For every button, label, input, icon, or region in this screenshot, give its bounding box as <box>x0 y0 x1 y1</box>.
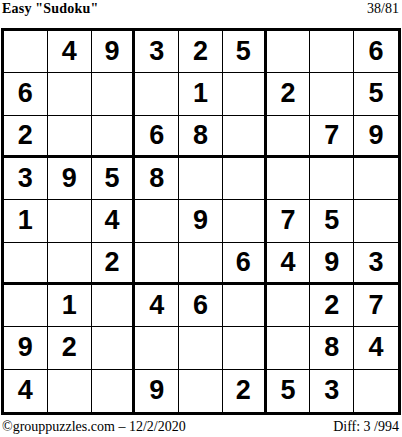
cell-r1c1[interactable] <box>4 31 48 73</box>
cell-r9c8[interactable]: 3 <box>310 370 354 412</box>
cell-r1c7[interactable] <box>267 31 311 73</box>
cell-r5c9[interactable] <box>354 200 398 242</box>
cell-r9c4[interactable]: 9 <box>135 370 179 412</box>
cell-r2c8[interactable] <box>310 73 354 115</box>
sudoku-page: { "game": "sudoku", "position": ".49325.… <box>0 0 402 437</box>
cell-r3c3[interactable] <box>92 116 136 158</box>
cell-r7c7[interactable] <box>267 285 311 327</box>
cell-r3c1[interactable]: 2 <box>4 116 48 158</box>
cell-r7c8[interactable]: 2 <box>310 285 354 327</box>
cell-r7c6[interactable] <box>223 285 267 327</box>
cell-r1c8[interactable] <box>310 31 354 73</box>
cell-r2c2[interactable] <box>48 73 92 115</box>
cell-r3c7[interactable] <box>267 116 311 158</box>
sudoku-grid: 4932566125268793958149752649314627928449… <box>1 28 401 415</box>
cell-r4c4[interactable]: 8 <box>135 158 179 200</box>
difficulty-label: Diff: 3 /994 <box>333 419 399 435</box>
cell-r5c2[interactable] <box>48 200 92 242</box>
cell-r2c3[interactable] <box>92 73 136 115</box>
cell-r4c7[interactable] <box>267 158 311 200</box>
cell-r1c9[interactable]: 6 <box>354 31 398 73</box>
cell-r6c3[interactable]: 2 <box>92 243 136 285</box>
cell-r3c4[interactable]: 6 <box>135 116 179 158</box>
cell-r7c3[interactable] <box>92 285 136 327</box>
cell-r4c6[interactable] <box>223 158 267 200</box>
cell-r5c1[interactable]: 1 <box>4 200 48 242</box>
cell-r3c2[interactable] <box>48 116 92 158</box>
cell-r5c4[interactable] <box>135 200 179 242</box>
cell-r7c2[interactable]: 1 <box>48 285 92 327</box>
cell-r8c7[interactable] <box>267 327 311 369</box>
cell-r4c2[interactable]: 9 <box>48 158 92 200</box>
cell-r9c7[interactable]: 5 <box>267 370 311 412</box>
copyright-date: ©grouppuzzles.com – 12/2/2020 <box>2 419 186 435</box>
cell-r5c7[interactable]: 7 <box>267 200 311 242</box>
cell-r1c4[interactable]: 3 <box>135 31 179 73</box>
cell-r2c7[interactable]: 2 <box>267 73 311 115</box>
cell-r4c5[interactable] <box>179 158 223 200</box>
cell-r6c6[interactable]: 6 <box>223 243 267 285</box>
cell-r6c4[interactable] <box>135 243 179 285</box>
cell-r5c5[interactable]: 9 <box>179 200 223 242</box>
cell-r9c5[interactable] <box>179 370 223 412</box>
cell-r8c3[interactable] <box>92 327 136 369</box>
cell-r2c6[interactable] <box>223 73 267 115</box>
cell-r4c8[interactable] <box>310 158 354 200</box>
cell-r9c1[interactable]: 4 <box>4 370 48 412</box>
cell-r5c6[interactable] <box>223 200 267 242</box>
cell-r7c9[interactable]: 7 <box>354 285 398 327</box>
cell-r8c5[interactable] <box>179 327 223 369</box>
cell-r2c4[interactable] <box>135 73 179 115</box>
cell-r1c2[interactable]: 4 <box>48 31 92 73</box>
cell-r1c3[interactable]: 9 <box>92 31 136 73</box>
cell-r3c6[interactable] <box>223 116 267 158</box>
cell-r3c5[interactable]: 8 <box>179 116 223 158</box>
cell-r1c6[interactable]: 5 <box>223 31 267 73</box>
cell-r7c1[interactable] <box>4 285 48 327</box>
cell-r6c9[interactable]: 3 <box>354 243 398 285</box>
cell-r2c5[interactable]: 1 <box>179 73 223 115</box>
cell-r5c8[interactable]: 5 <box>310 200 354 242</box>
cell-r8c1[interactable]: 9 <box>4 327 48 369</box>
cell-r4c9[interactable] <box>354 158 398 200</box>
cell-r2c1[interactable]: 6 <box>4 73 48 115</box>
cell-r8c8[interactable]: 8 <box>310 327 354 369</box>
cell-r9c2[interactable] <box>48 370 92 412</box>
puzzle-title: Easy "Sudoku" <box>2 1 98 17</box>
cell-r4c3[interactable]: 5 <box>92 158 136 200</box>
cell-r8c4[interactable] <box>135 327 179 369</box>
cell-r5c3[interactable]: 4 <box>92 200 136 242</box>
cell-r1c5[interactable]: 2 <box>179 31 223 73</box>
cell-r3c9[interactable]: 9 <box>354 116 398 158</box>
cell-r9c3[interactable] <box>92 370 136 412</box>
cell-r3c8[interactable]: 7 <box>310 116 354 158</box>
cell-r8c9[interactable]: 4 <box>354 327 398 369</box>
cell-r8c2[interactable]: 2 <box>48 327 92 369</box>
cell-r6c2[interactable] <box>48 243 92 285</box>
cell-r6c7[interactable]: 4 <box>267 243 311 285</box>
cell-r9c9[interactable] <box>354 370 398 412</box>
cell-r6c5[interactable] <box>179 243 223 285</box>
cell-r6c8[interactable]: 9 <box>310 243 354 285</box>
given-counter: 38/81 <box>367 1 399 17</box>
cell-r7c4[interactable]: 4 <box>135 285 179 327</box>
cell-r4c1[interactable]: 3 <box>4 158 48 200</box>
cell-r2c9[interactable]: 5 <box>354 73 398 115</box>
cell-r8c6[interactable] <box>223 327 267 369</box>
cell-r9c6[interactable]: 2 <box>223 370 267 412</box>
cell-r7c5[interactable]: 6 <box>179 285 223 327</box>
cell-r6c1[interactable] <box>4 243 48 285</box>
